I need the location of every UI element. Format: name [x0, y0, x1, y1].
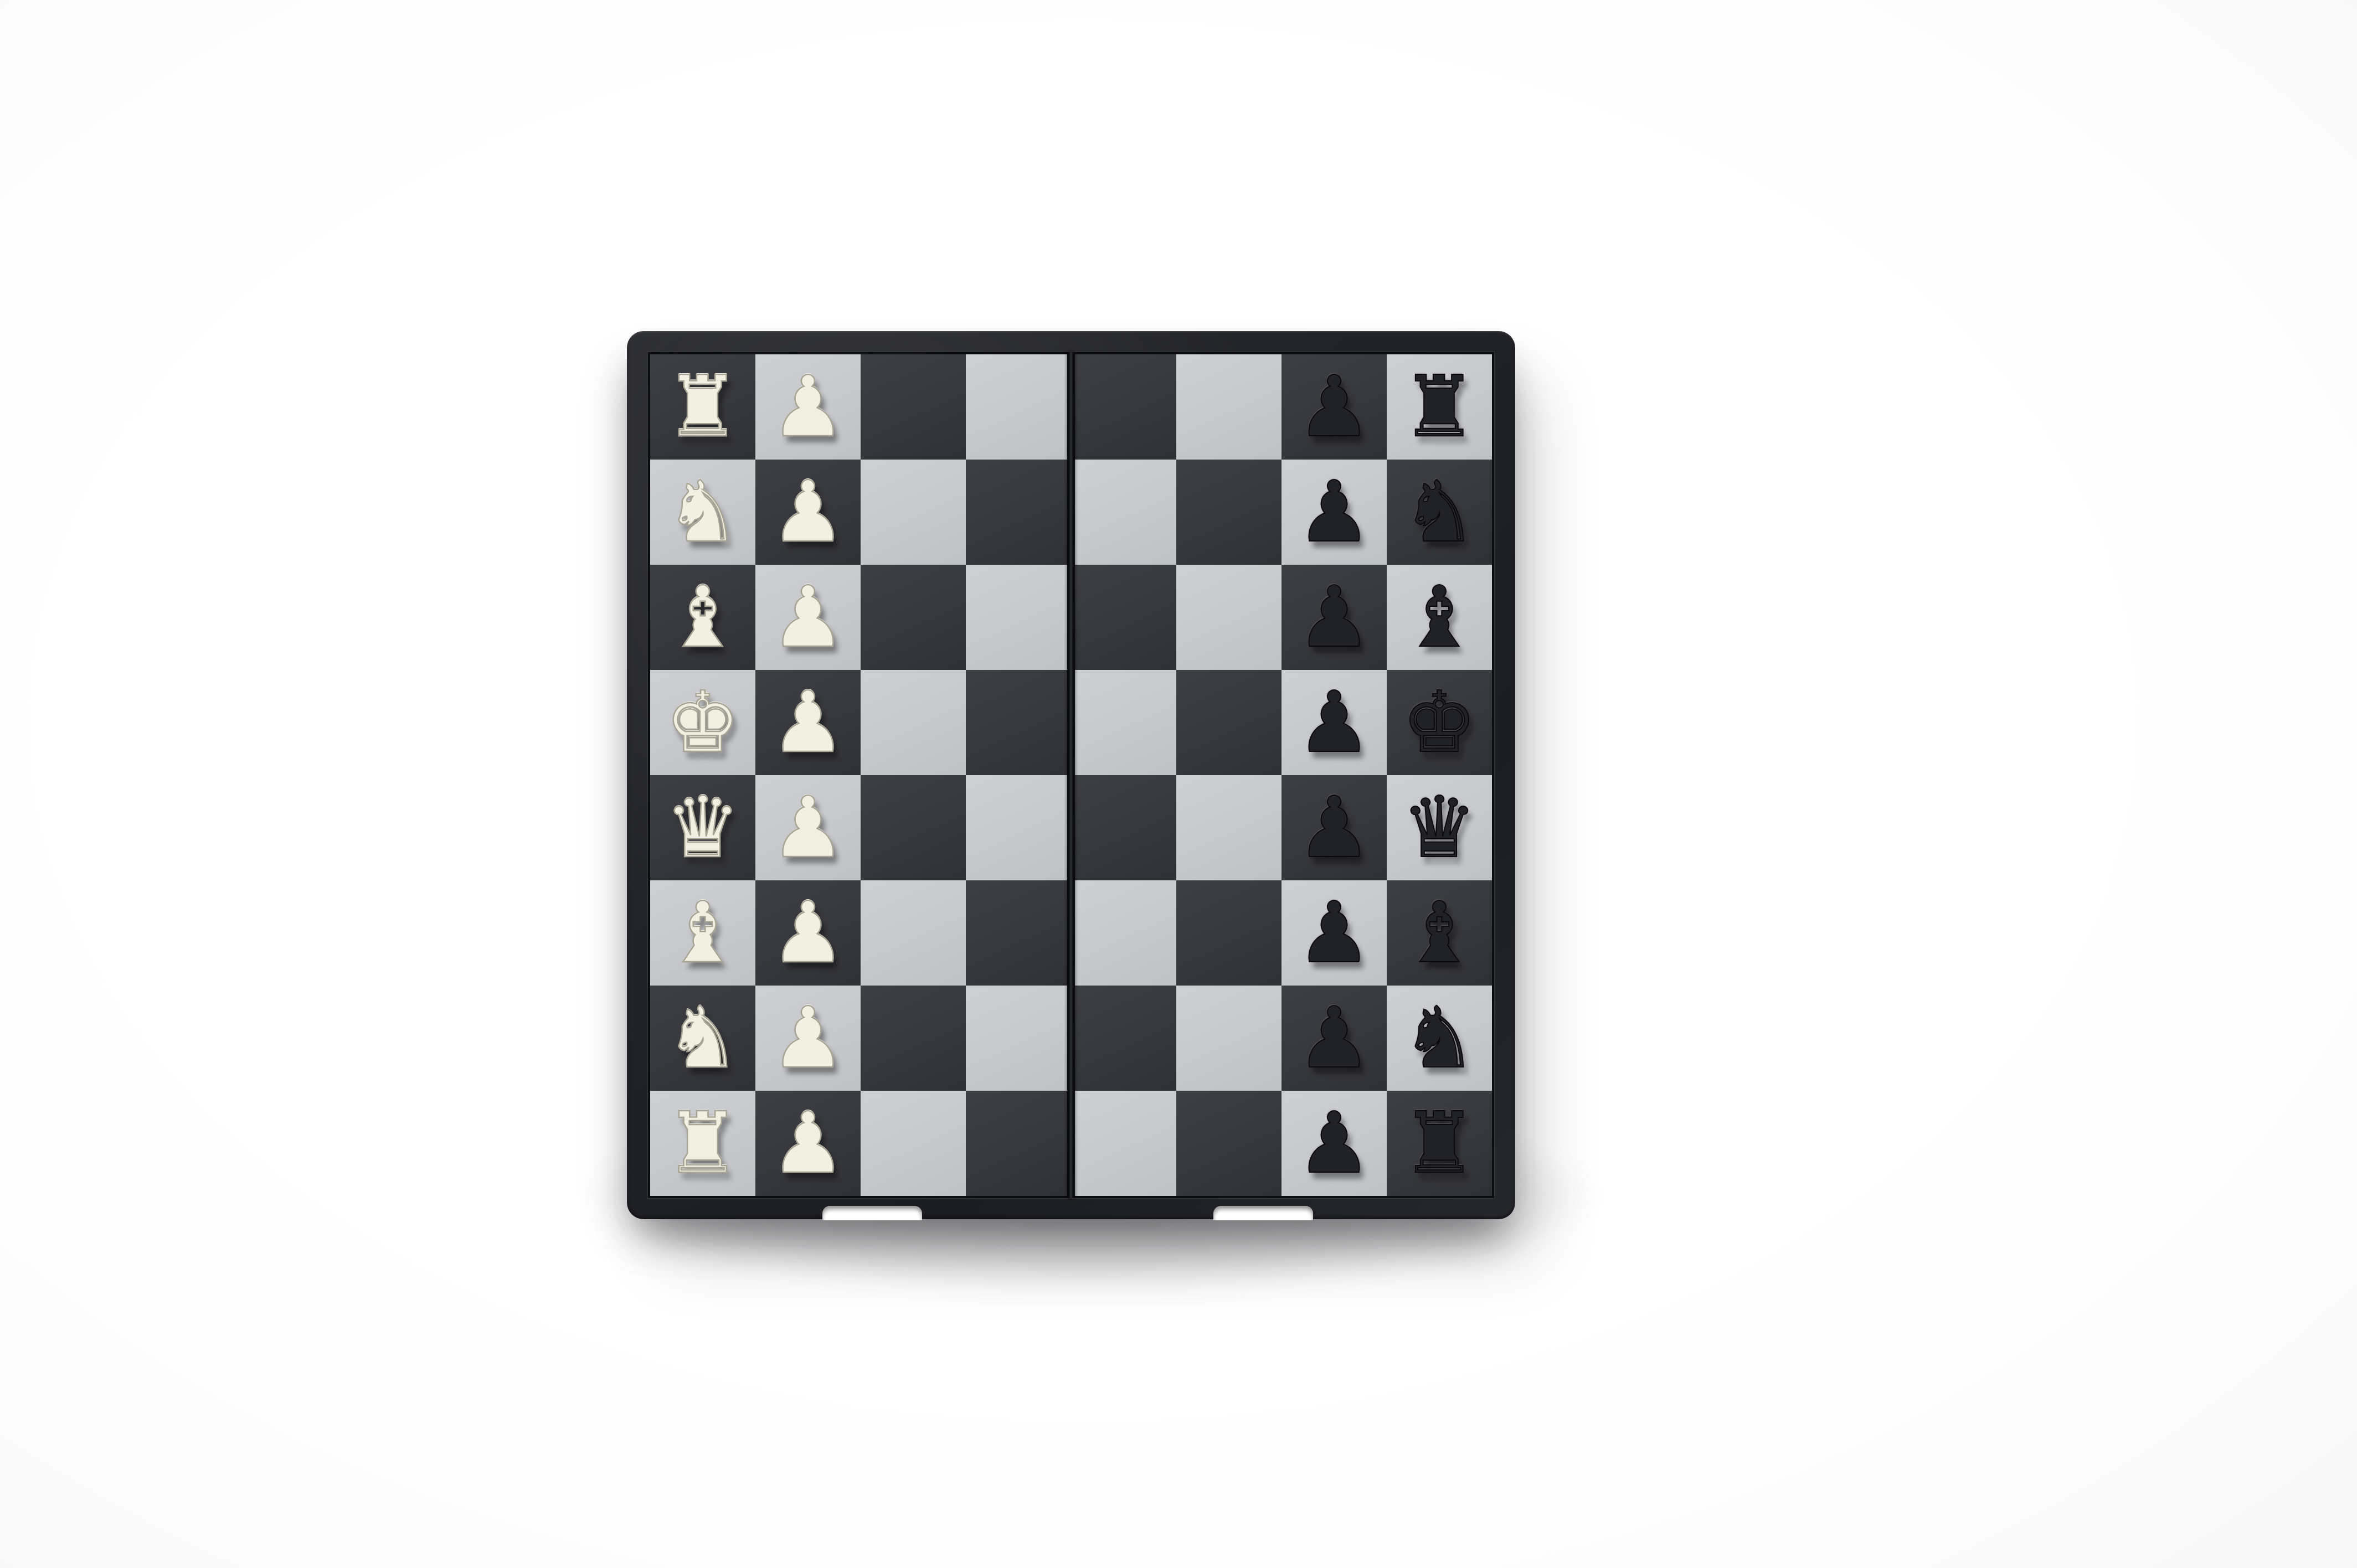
square-e2: ♟ [755, 670, 861, 775]
square-a3 [861, 1091, 966, 1196]
square-c1: ♝ [650, 880, 755, 986]
white-knight: ♞ [650, 460, 755, 565]
square-c6 [1176, 880, 1282, 986]
square-f2: ♟ [755, 565, 861, 670]
square-e6 [1176, 670, 1282, 775]
square-g4 [966, 460, 1071, 565]
white-pawn: ♟ [755, 1091, 861, 1196]
black-pawn: ♟ [1282, 1091, 1387, 1196]
square-b6 [1176, 986, 1282, 1091]
square-a8: ♜ [1387, 1091, 1492, 1196]
white-rook: ♜ [650, 354, 755, 460]
square-f3 [861, 565, 966, 670]
square-h8: ♜ [1387, 354, 1492, 460]
black-pawn: ♟ [1282, 354, 1387, 460]
square-a1: ♜ [650, 1091, 755, 1196]
square-a5 [1071, 1091, 1176, 1196]
black-pawn: ♟ [1282, 670, 1387, 775]
square-e4 [966, 670, 1071, 775]
square-e7: ♟ [1282, 670, 1387, 775]
square-c2: ♟ [755, 880, 861, 986]
hinge-seam [1067, 352, 1075, 1198]
black-knight: ♞ [1387, 460, 1492, 565]
square-a6 [1176, 1091, 1282, 1196]
square-b8: ♞ [1387, 986, 1492, 1091]
square-g8: ♞ [1387, 460, 1492, 565]
square-g7: ♟ [1282, 460, 1387, 565]
square-h1: ♜ [650, 354, 755, 460]
square-g5 [1071, 460, 1176, 565]
black-pawn: ♟ [1282, 880, 1387, 986]
square-f7: ♟ [1282, 565, 1387, 670]
white-bishop: ♝ [650, 565, 755, 670]
white-pawn: ♟ [755, 670, 861, 775]
square-c4 [966, 880, 1071, 986]
square-c7: ♟ [1282, 880, 1387, 986]
product-photo-background: ♜♟♟♜♞♟♟♞♝♟♟♝♚♟♟♚♛♟♟♛♝♟♟♝♞♟♟♞♜♟♟♜ [0, 0, 2357, 1568]
square-g6 [1176, 460, 1282, 565]
square-f4 [966, 565, 1071, 670]
square-g1: ♞ [650, 460, 755, 565]
square-h2: ♟ [755, 354, 861, 460]
square-a7: ♟ [1282, 1091, 1387, 1196]
black-pawn: ♟ [1282, 986, 1387, 1091]
square-e5 [1071, 670, 1176, 775]
chess-board-frame: ♜♟♟♜♞♟♟♞♝♟♟♝♚♟♟♚♛♟♟♛♝♟♟♝♞♟♟♞♜♟♟♜ [627, 331, 1515, 1219]
white-pawn: ♟ [755, 565, 861, 670]
square-b5 [1071, 986, 1176, 1091]
square-d6 [1176, 775, 1282, 880]
white-pawn: ♟ [755, 775, 861, 880]
square-b1: ♞ [650, 986, 755, 1091]
square-f1: ♝ [650, 565, 755, 670]
black-pawn: ♟ [1282, 775, 1387, 880]
white-rook: ♜ [650, 1091, 755, 1196]
chess-board: ♜♟♟♜♞♟♟♞♝♟♟♝♚♟♟♚♛♟♟♛♝♟♟♝♞♟♟♞♜♟♟♜ [648, 352, 1494, 1198]
square-e3 [861, 670, 966, 775]
square-h5 [1071, 354, 1176, 460]
black-rook: ♜ [1387, 1091, 1492, 1196]
black-rook: ♜ [1387, 354, 1492, 460]
frame-foot-notch-left [822, 1206, 922, 1220]
square-h7: ♟ [1282, 354, 1387, 460]
square-d3 [861, 775, 966, 880]
square-h6 [1176, 354, 1282, 460]
white-bishop: ♝ [650, 880, 755, 986]
square-d8: ♛ [1387, 775, 1492, 880]
square-g3 [861, 460, 966, 565]
square-a4 [966, 1091, 1071, 1196]
black-bishop: ♝ [1387, 565, 1492, 670]
black-bishop: ♝ [1387, 880, 1492, 986]
square-d1: ♛ [650, 775, 755, 880]
black-knight: ♞ [1387, 986, 1492, 1091]
square-b4 [966, 986, 1071, 1091]
square-c3 [861, 880, 966, 986]
square-d5 [1071, 775, 1176, 880]
square-e1: ♚ [650, 670, 755, 775]
square-b7: ♟ [1282, 986, 1387, 1091]
white-knight: ♞ [650, 986, 755, 1091]
square-b2: ♟ [755, 986, 861, 1091]
square-c8: ♝ [1387, 880, 1492, 986]
white-pawn: ♟ [755, 460, 861, 565]
square-e8: ♚ [1387, 670, 1492, 775]
square-b3 [861, 986, 966, 1091]
square-f8: ♝ [1387, 565, 1492, 670]
black-queen: ♛ [1387, 775, 1492, 880]
black-pawn: ♟ [1282, 460, 1387, 565]
black-king: ♚ [1387, 670, 1492, 775]
square-a2: ♟ [755, 1091, 861, 1196]
white-king: ♚ [650, 670, 755, 775]
square-f6 [1176, 565, 1282, 670]
white-pawn: ♟ [755, 986, 861, 1091]
square-h3 [861, 354, 966, 460]
black-pawn: ♟ [1282, 565, 1387, 670]
square-h4 [966, 354, 1071, 460]
square-d7: ♟ [1282, 775, 1387, 880]
square-d2: ♟ [755, 775, 861, 880]
square-d4 [966, 775, 1071, 880]
white-pawn: ♟ [755, 354, 861, 460]
frame-foot-notch-right [1213, 1206, 1313, 1220]
white-pawn: ♟ [755, 880, 861, 986]
square-f5 [1071, 565, 1176, 670]
square-c5 [1071, 880, 1176, 986]
square-g2: ♟ [755, 460, 861, 565]
white-queen: ♛ [650, 775, 755, 880]
